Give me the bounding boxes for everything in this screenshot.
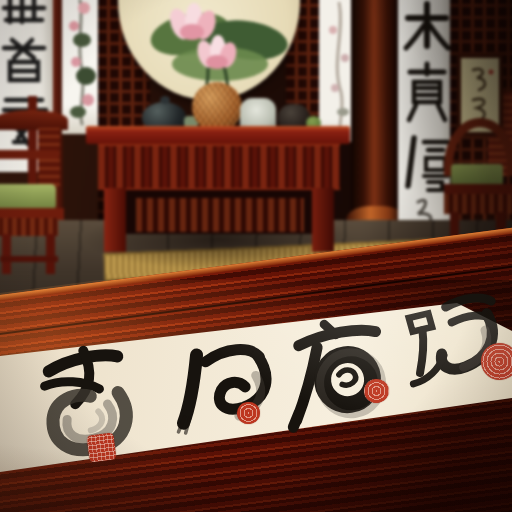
- altar-leg-left: [104, 188, 126, 252]
- panel-seal-dot: [489, 70, 494, 75]
- left-chair-leg-front: [2, 234, 11, 274]
- left-chair-arm: [0, 150, 60, 159]
- photo-canvas: 季向高畅 世番春 木寅僖: [0, 0, 512, 512]
- teapot-knob: [160, 96, 170, 104]
- left-chair-stretcher: [0, 256, 58, 262]
- flower-scroll-art: [62, 0, 100, 134]
- altar-carved-apron: [98, 144, 340, 190]
- left-chair-leg-back: [46, 234, 55, 274]
- glyph-1: [41, 346, 131, 454]
- left-chair-crest-rail: [0, 110, 68, 130]
- right-chair-apron: [444, 194, 512, 214]
- altar-tabletop: [86, 126, 350, 144]
- left-chair-cushion: [0, 184, 56, 210]
- seal-square: [86, 432, 116, 462]
- altar-leg-right: [312, 188, 334, 252]
- right-chair-cushion: [451, 164, 503, 186]
- glyph-3: [281, 318, 387, 427]
- altar-carved-band: [136, 198, 304, 232]
- flower-painting-scroll: [62, 0, 100, 134]
- rattan-sphere: [192, 82, 242, 132]
